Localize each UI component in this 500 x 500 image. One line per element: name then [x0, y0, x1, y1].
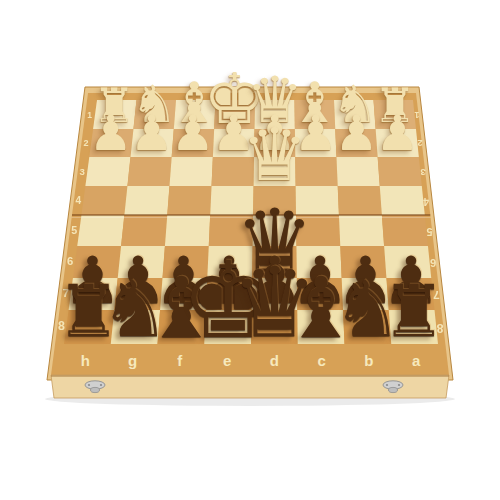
- svg-text:1: 1: [414, 110, 419, 120]
- svg-text:g: g: [128, 352, 137, 369]
- svg-text:3: 3: [79, 166, 84, 177]
- svg-text:2: 2: [83, 138, 88, 148]
- svg-text:4: 4: [423, 196, 429, 207]
- svg-text:2: 2: [417, 138, 422, 148]
- svg-text:1: 1: [87, 110, 92, 120]
- svg-text:8: 8: [437, 321, 444, 335]
- svg-text:7: 7: [433, 288, 440, 302]
- svg-text:3: 3: [420, 167, 425, 178]
- svg-text:5: 5: [427, 226, 433, 238]
- svg-text:d: d: [270, 352, 279, 369]
- svg-text:6: 6: [67, 255, 73, 267]
- svg-text:b: b: [364, 352, 373, 369]
- svg-text:4: 4: [75, 195, 81, 206]
- svg-text:h: h: [81, 352, 90, 369]
- chess-board: 1122334455667788hgfedcba: [0, 0, 500, 500]
- svg-text:5: 5: [71, 224, 77, 236]
- svg-text:6: 6: [430, 257, 436, 269]
- svg-text:e: e: [223, 352, 231, 369]
- svg-text:c: c: [317, 352, 325, 369]
- svg-text:7: 7: [63, 286, 70, 300]
- svg-text:a: a: [412, 352, 421, 369]
- svg-text:8: 8: [58, 319, 65, 333]
- chess-set-photo: 1122334455667788hgfedcba ♜♞♝♚♛♝♞♜♟♟♟♟♟♟♟…: [0, 0, 500, 500]
